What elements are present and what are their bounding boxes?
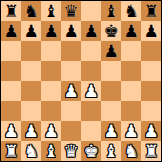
square-f8[interactable]: ♝ <box>101 1 121 21</box>
white-queen: ♛ <box>63 143 78 160</box>
white-pawn: ♟ <box>63 83 78 100</box>
white-pawn: ♟ <box>103 123 118 140</box>
white-king: ♚ <box>83 143 98 160</box>
black-bishop: ♝ <box>43 3 58 20</box>
square-e3[interactable] <box>81 101 101 121</box>
black-knight: ♞ <box>123 3 138 20</box>
black-pawn: ♟ <box>83 23 98 40</box>
black-bishop: ♝ <box>103 3 118 20</box>
square-d5[interactable] <box>61 61 81 81</box>
square-a3[interactable] <box>1 101 21 121</box>
square-d1[interactable]: ♛ <box>61 141 81 161</box>
square-c4[interactable] <box>41 81 61 101</box>
square-g2[interactable]: ♟ <box>121 121 141 141</box>
white-bishop: ♝ <box>103 143 118 160</box>
square-a4[interactable] <box>1 81 21 101</box>
square-e2[interactable] <box>81 121 101 141</box>
square-e6[interactable] <box>81 41 101 61</box>
square-d3[interactable] <box>61 101 81 121</box>
square-c8[interactable]: ♝ <box>41 1 61 21</box>
square-f4[interactable] <box>101 81 121 101</box>
square-b3[interactable] <box>21 101 41 121</box>
square-c2[interactable]: ♟ <box>41 121 61 141</box>
square-a6[interactable] <box>1 41 21 61</box>
square-c5[interactable] <box>41 61 61 81</box>
square-c3[interactable] <box>41 101 61 121</box>
square-d2[interactable] <box>61 121 81 141</box>
square-f2[interactable]: ♟ <box>101 121 121 141</box>
black-knight: ♞ <box>23 3 38 20</box>
square-h2[interactable]: ♟ <box>141 121 161 141</box>
black-pawn: ♟ <box>123 23 138 40</box>
square-h5[interactable] <box>141 61 161 81</box>
black-pawn: ♟ <box>3 23 18 40</box>
square-g5[interactable] <box>121 61 141 81</box>
square-d4[interactable]: ♟ <box>61 81 81 101</box>
white-pawn: ♟ <box>143 123 158 140</box>
chess-board: ♜♞♝♛♝♞♜♟♟♟♟♟♚♟♟♟♟♟♟♟♟♟♟♟♜♞♝♛♚♝♞♜ <box>0 0 162 162</box>
square-b4[interactable] <box>21 81 41 101</box>
black-pawn: ♟ <box>143 23 158 40</box>
square-b2[interactable]: ♟ <box>21 121 41 141</box>
square-f7[interactable]: ♚ <box>101 21 121 41</box>
black-pawn: ♟ <box>43 23 58 40</box>
square-g6[interactable] <box>121 41 141 61</box>
black-king: ♚ <box>103 23 118 40</box>
white-pawn: ♟ <box>43 123 58 140</box>
square-h8[interactable]: ♜ <box>141 1 161 21</box>
square-g8[interactable]: ♞ <box>121 1 141 21</box>
square-b7[interactable]: ♟ <box>21 21 41 41</box>
square-d7[interactable]: ♟ <box>61 21 81 41</box>
square-a2[interactable]: ♟ <box>1 121 21 141</box>
square-a1[interactable]: ♜ <box>1 141 21 161</box>
square-e7[interactable]: ♟ <box>81 21 101 41</box>
square-c6[interactable] <box>41 41 61 61</box>
square-e4[interactable]: ♟ <box>81 81 101 101</box>
square-f3[interactable] <box>101 101 121 121</box>
square-b6[interactable] <box>21 41 41 61</box>
white-rook: ♜ <box>143 143 158 160</box>
square-h4[interactable] <box>141 81 161 101</box>
chess-board-container: ♜♞♝♛♝♞♜♟♟♟♟♟♚♟♟♟♟♟♟♟♟♟♟♟♜♞♝♛♚♝♞♜ <box>0 0 162 162</box>
white-pawn: ♟ <box>83 83 98 100</box>
white-knight: ♞ <box>123 143 138 160</box>
square-e5[interactable] <box>81 61 101 81</box>
square-f5[interactable] <box>101 61 121 81</box>
white-pawn: ♟ <box>3 123 18 140</box>
black-rook: ♜ <box>143 3 158 20</box>
white-bishop: ♝ <box>43 143 58 160</box>
white-knight: ♞ <box>23 143 38 160</box>
square-h1[interactable]: ♜ <box>141 141 161 161</box>
square-f6[interactable]: ♟ <box>101 41 121 61</box>
white-pawn: ♟ <box>23 123 38 140</box>
square-h6[interactable] <box>141 41 161 61</box>
square-g7[interactable]: ♟ <box>121 21 141 41</box>
white-rook: ♜ <box>3 143 18 160</box>
white-pawn: ♟ <box>123 123 138 140</box>
black-pawn: ♟ <box>103 43 118 60</box>
square-h7[interactable]: ♟ <box>141 21 161 41</box>
square-b8[interactable]: ♞ <box>21 1 41 21</box>
square-g1[interactable]: ♞ <box>121 141 141 161</box>
square-g4[interactable] <box>121 81 141 101</box>
square-a7[interactable]: ♟ <box>1 21 21 41</box>
black-rook: ♜ <box>3 3 18 20</box>
square-g3[interactable] <box>121 101 141 121</box>
square-d8[interactable]: ♛ <box>61 1 81 21</box>
square-c7[interactable]: ♟ <box>41 21 61 41</box>
square-h3[interactable] <box>141 101 161 121</box>
black-pawn: ♟ <box>63 23 78 40</box>
square-e1[interactable]: ♚ <box>81 141 101 161</box>
square-b5[interactable] <box>21 61 41 81</box>
square-b1[interactable]: ♞ <box>21 141 41 161</box>
black-pawn: ♟ <box>23 23 38 40</box>
black-queen: ♛ <box>63 3 78 20</box>
square-d6[interactable] <box>61 41 81 61</box>
square-a8[interactable]: ♜ <box>1 1 21 21</box>
square-a5[interactable] <box>1 61 21 81</box>
square-c1[interactable]: ♝ <box>41 141 61 161</box>
square-e8[interactable] <box>81 1 101 21</box>
square-f1[interactable]: ♝ <box>101 141 121 161</box>
